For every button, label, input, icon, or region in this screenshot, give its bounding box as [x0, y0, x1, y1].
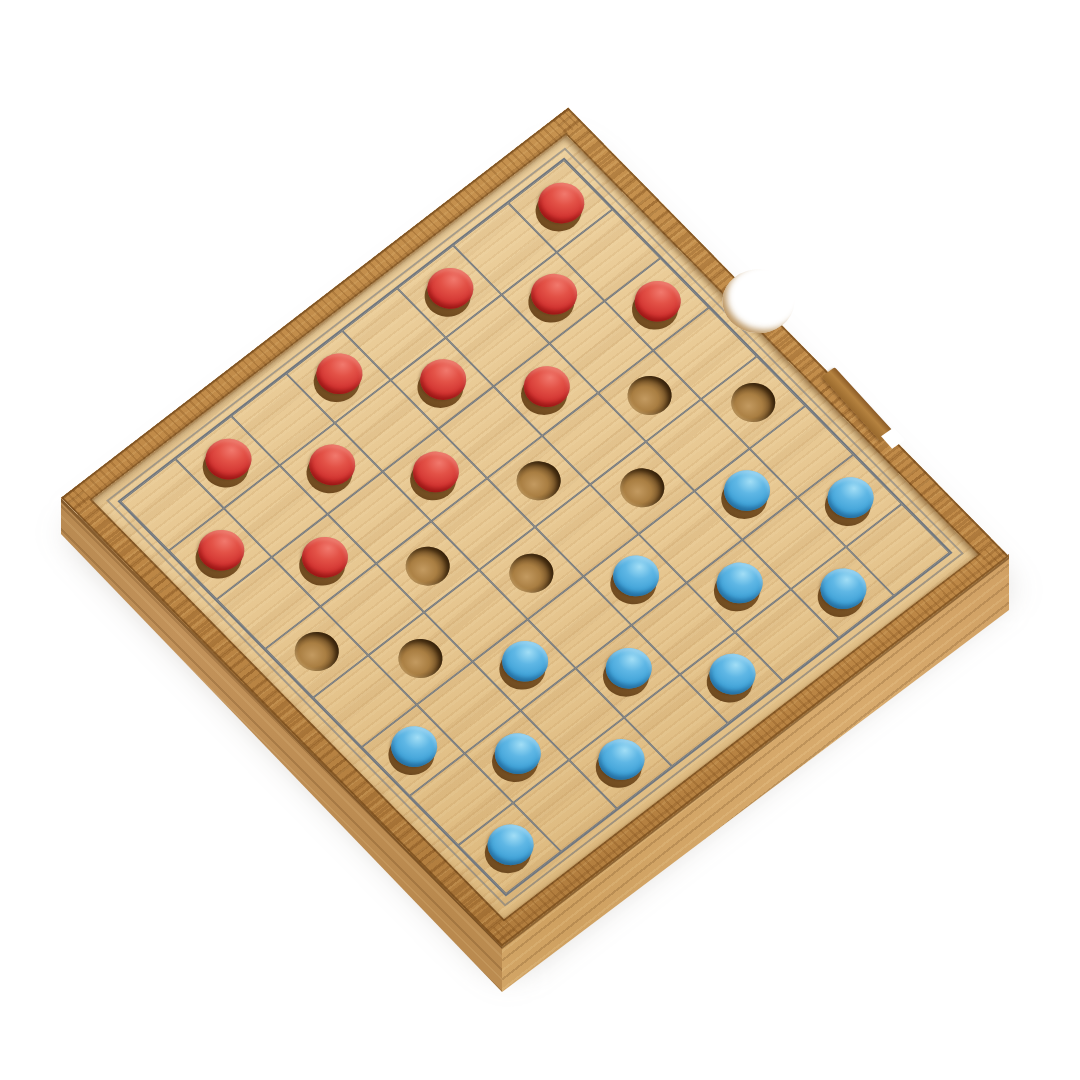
peg-top [604, 548, 669, 605]
peg-top [189, 522, 254, 579]
peg-top [403, 443, 468, 500]
peg-top [307, 345, 372, 402]
peg-top [300, 436, 365, 493]
checkers-board [61, 107, 1009, 946]
peg-hole [389, 631, 451, 686]
peg-top [485, 725, 550, 782]
peg-top [522, 266, 587, 323]
peg-hole [500, 545, 562, 600]
product-photo-scene [0, 0, 1080, 1080]
board-grid [117, 157, 952, 896]
peg-top [715, 462, 780, 519]
peg-hole [722, 375, 784, 430]
peg-top [625, 272, 690, 329]
peg-hole [397, 539, 459, 594]
peg-hole [286, 624, 348, 679]
playing-panel [92, 135, 978, 919]
peg-top [382, 718, 447, 775]
peg-top [418, 259, 483, 316]
peg-top [589, 731, 654, 788]
peg-top [411, 351, 476, 408]
peg-hole [508, 454, 570, 509]
peg-top [811, 560, 876, 617]
peg-top [529, 174, 594, 231]
peg-top [596, 639, 661, 696]
peg-top [700, 646, 765, 703]
peg-top [292, 528, 357, 585]
peg-top [707, 554, 772, 611]
peg-hole [619, 368, 681, 423]
peg-top [478, 816, 543, 873]
peg-top [818, 469, 883, 526]
peg-top [196, 430, 261, 487]
peg-top [514, 358, 579, 415]
peg-hole [611, 460, 673, 515]
peg-top [493, 633, 558, 690]
